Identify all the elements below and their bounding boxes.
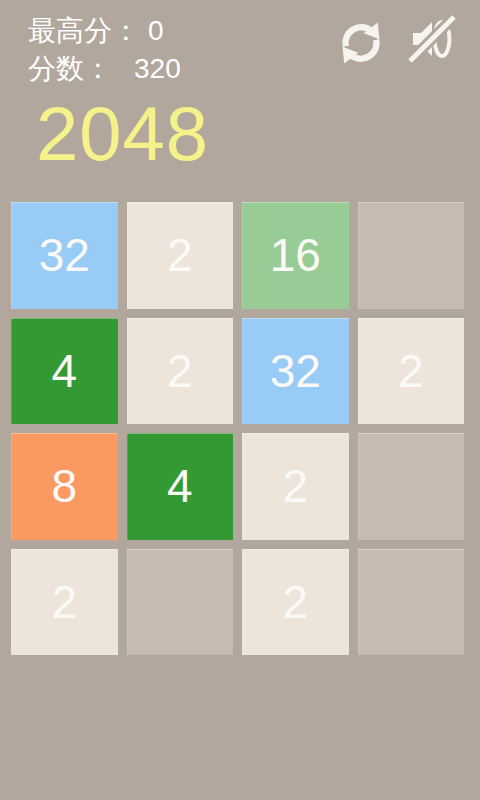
empty-cell-r4c2 [127,549,234,656]
tile-2-r1c2: 2 [127,202,234,309]
empty-cell-r3c4 [358,433,465,540]
tile-2-r4c3: 2 [242,549,349,656]
tile-2-r2c2: 2 [127,318,234,425]
sound-muted-icon[interactable] [406,13,458,65]
tile-8-r3c1: 8 [11,433,118,540]
best-score-row: 最高分：0 [28,12,181,50]
game-board[interactable]: 322164232284222 [11,202,464,655]
empty-cell-r4c4 [358,549,465,656]
tile-4-r3c2: 4 [127,433,234,540]
refresh-icon[interactable] [335,17,387,69]
game-title: 2048 [36,96,209,172]
current-score-value: 320 [134,53,181,84]
tile-2-r4c1: 2 [11,549,118,656]
tile-32-r2c3: 32 [242,318,349,425]
tile-2-r3c3: 2 [242,433,349,540]
tile-4-r2c1: 4 [11,318,118,425]
best-score-label: 最高分： [28,15,140,46]
empty-cell-r1c4 [358,202,465,309]
tile-2-r2c4: 2 [358,318,465,425]
best-score-value: 0 [148,15,164,46]
tile-32-r1c1: 32 [11,202,118,309]
current-score-row: 分数：320 [28,50,181,88]
tile-16-r1c3: 16 [242,202,349,309]
score-panel: 最高分：0 分数：320 [28,12,181,88]
current-score-label: 分数： [28,53,112,84]
